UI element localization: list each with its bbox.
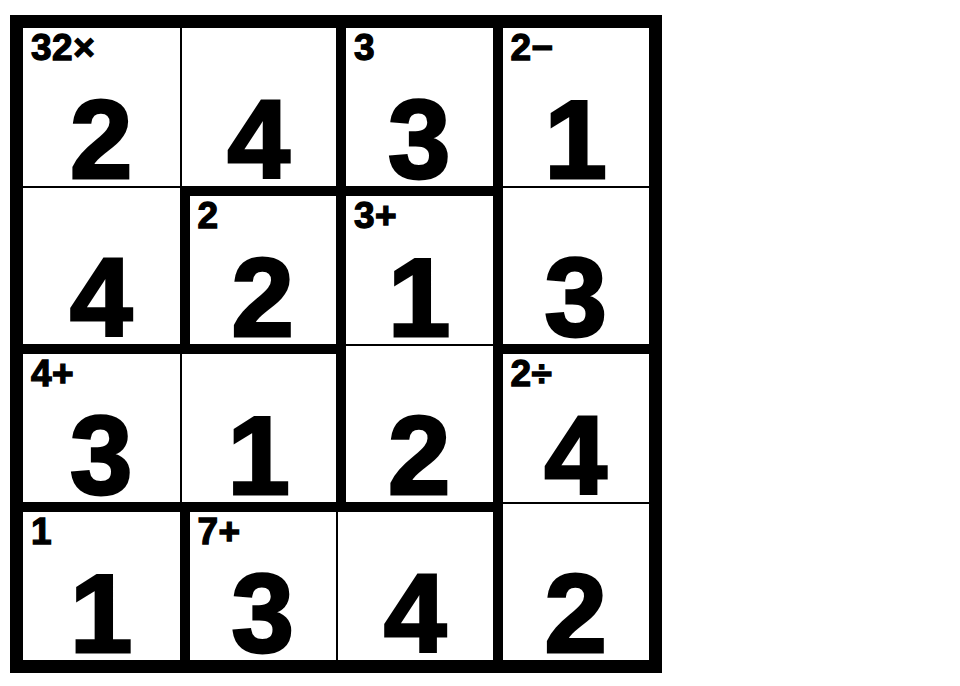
kenken-board: 32×24332−14223+134+3122÷4117+342 xyxy=(10,15,662,673)
cell-r2c1[interactable]: 1 xyxy=(180,344,337,502)
cell-r3c0[interactable]: 11 xyxy=(23,502,180,660)
cell-value: 1 xyxy=(346,196,493,344)
cell-value: 4 xyxy=(23,188,180,344)
cell-value: 3 xyxy=(190,512,337,660)
cell-r2c3[interactable]: 2÷4 xyxy=(493,344,650,502)
cell-value: 3 xyxy=(23,354,180,502)
cell-r3c2[interactable]: 4 xyxy=(336,502,493,660)
cell-r1c3[interactable]: 3 xyxy=(493,186,650,344)
cell-r1c0[interactable]: 4 xyxy=(23,186,180,344)
cell-value: 2 xyxy=(346,346,493,502)
cell-value: 3 xyxy=(346,28,493,186)
cell-value: 4 xyxy=(182,28,337,186)
cell-r1c1[interactable]: 22 xyxy=(180,186,337,344)
cell-value: 1 xyxy=(182,354,337,502)
cell-value: 4 xyxy=(338,512,493,660)
cell-r3c1[interactable]: 7+3 xyxy=(180,502,337,660)
cell-value: 4 xyxy=(503,354,650,502)
page: 32×24332−14223+134+3122÷4117+342 xyxy=(0,0,960,686)
cell-value: 2 xyxy=(190,196,337,344)
cell-value: 2 xyxy=(23,28,180,186)
cell-r3c3[interactable]: 2 xyxy=(493,502,650,660)
cell-value: 1 xyxy=(23,512,180,660)
cell-r0c0[interactable]: 32×2 xyxy=(23,28,180,186)
cell-r0c1[interactable]: 4 xyxy=(180,28,337,186)
cell-r1c2[interactable]: 3+1 xyxy=(336,186,493,344)
cell-r0c2[interactable]: 33 xyxy=(336,28,493,186)
cell-r2c2[interactable]: 2 xyxy=(336,344,493,502)
cell-r0c3[interactable]: 2−1 xyxy=(493,28,650,186)
cell-r2c0[interactable]: 4+3 xyxy=(23,344,180,502)
cell-value: 2 xyxy=(503,504,650,660)
cell-value: 3 xyxy=(503,188,650,344)
cell-value: 1 xyxy=(503,28,650,186)
